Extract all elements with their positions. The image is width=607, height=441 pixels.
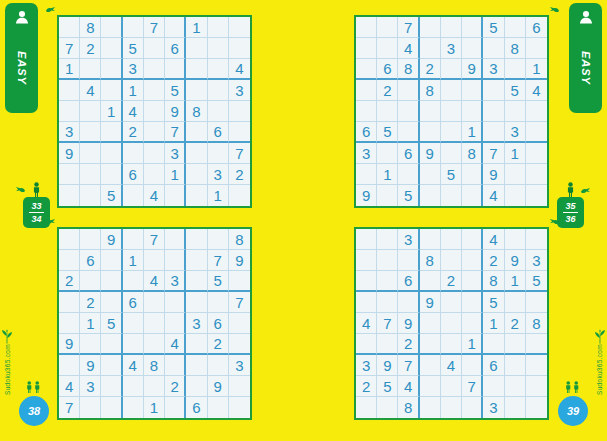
- sudoku-cell[interactable]: 9: [229, 250, 250, 271]
- sudoku-cell[interactable]: [377, 17, 398, 38]
- sudoku-cell[interactable]: 5: [377, 376, 398, 397]
- sudoku-cell[interactable]: 7: [59, 38, 80, 59]
- sudoku-cell[interactable]: [80, 143, 101, 164]
- sudoku-cell[interactable]: [123, 143, 144, 164]
- sudoku-cell[interactable]: [208, 59, 229, 80]
- sudoku-cell[interactable]: [144, 292, 165, 313]
- sudoku-cell[interactable]: 5: [483, 292, 504, 313]
- sudoku-cell[interactable]: [186, 250, 207, 271]
- sudoku-cell[interactable]: 3: [165, 143, 186, 164]
- sudoku-cell[interactable]: [398, 122, 419, 143]
- sudoku-cell[interactable]: [208, 397, 229, 418]
- sudoku-cell[interactable]: [208, 101, 229, 122]
- sudoku-cell[interactable]: [441, 229, 462, 250]
- sudoku-cell[interactable]: 2: [165, 376, 186, 397]
- sudoku-cell[interactable]: [462, 397, 483, 418]
- sudoku-cell[interactable]: [208, 229, 229, 250]
- sudoku-cell[interactable]: 5: [101, 313, 122, 334]
- sudoku-cell[interactable]: [526, 38, 547, 59]
- sudoku-cell[interactable]: [229, 122, 250, 143]
- sudoku-cell[interactable]: [101, 250, 122, 271]
- sudoku-cell[interactable]: [377, 397, 398, 418]
- sudoku-cell[interactable]: [80, 334, 101, 355]
- sudoku-cell[interactable]: 7: [144, 17, 165, 38]
- sudoku-cell[interactable]: [208, 38, 229, 59]
- sudoku-cell[interactable]: 3: [80, 376, 101, 397]
- sudoku-cell[interactable]: [186, 185, 207, 206]
- sudoku-cell[interactable]: 8: [505, 38, 526, 59]
- sudoku-cell[interactable]: 7: [144, 229, 165, 250]
- sudoku-cell[interactable]: 3: [123, 59, 144, 80]
- sudoku-cell[interactable]: 9: [505, 250, 526, 271]
- sudoku-cell[interactable]: [59, 80, 80, 101]
- sudoku-cell[interactable]: [229, 17, 250, 38]
- sudoku-cell[interactable]: [526, 334, 547, 355]
- sudoku-cell[interactable]: 3: [59, 122, 80, 143]
- sudoku-cell[interactable]: [80, 185, 101, 206]
- sudoku-cell[interactable]: 9: [356, 185, 377, 206]
- sudoku-cell[interactable]: [441, 101, 462, 122]
- sudoku-cell[interactable]: 1: [505, 271, 526, 292]
- sudoku-cell[interactable]: [229, 334, 250, 355]
- sudoku-cell[interactable]: 6: [377, 59, 398, 80]
- sudoku-cell[interactable]: [420, 122, 441, 143]
- sudoku-cell[interactable]: 5: [165, 80, 186, 101]
- sudoku-cell[interactable]: [398, 164, 419, 185]
- sudoku-cell[interactable]: 9: [420, 143, 441, 164]
- sudoku-cell[interactable]: [186, 38, 207, 59]
- sudoku-cell[interactable]: 4: [441, 355, 462, 376]
- sudoku-cell[interactable]: [165, 229, 186, 250]
- sudoku-cell[interactable]: [526, 122, 547, 143]
- sudoku-cell[interactable]: [398, 250, 419, 271]
- sudoku-cell[interactable]: 8: [420, 80, 441, 101]
- sudoku-cell[interactable]: 8: [398, 59, 419, 80]
- sudoku-cell[interactable]: 2: [229, 164, 250, 185]
- sudoku-cell[interactable]: [526, 185, 547, 206]
- sudoku-cell[interactable]: [144, 143, 165, 164]
- sudoku-cell[interactable]: [144, 80, 165, 101]
- sudoku-cell[interactable]: [165, 397, 186, 418]
- sudoku-cell[interactable]: [526, 229, 547, 250]
- sudoku-cell[interactable]: [123, 271, 144, 292]
- sudoku-cell[interactable]: [462, 271, 483, 292]
- sudoku-cell[interactable]: [165, 355, 186, 376]
- sudoku-cell[interactable]: 4: [123, 101, 144, 122]
- sudoku-cell[interactable]: 3: [356, 143, 377, 164]
- sudoku-cell[interactable]: [462, 185, 483, 206]
- sudoku-cell[interactable]: [377, 185, 398, 206]
- sudoku-cell[interactable]: 2: [483, 250, 504, 271]
- sudoku-cell[interactable]: [441, 17, 462, 38]
- sudoku-cell[interactable]: [59, 17, 80, 38]
- sudoku-cell[interactable]: [462, 17, 483, 38]
- sudoku-cell[interactable]: [186, 164, 207, 185]
- sudoku-cell[interactable]: [483, 101, 504, 122]
- sudoku-cell[interactable]: [229, 271, 250, 292]
- sudoku-cell[interactable]: [505, 101, 526, 122]
- sudoku-cell[interactable]: [101, 143, 122, 164]
- sudoku-cell[interactable]: 6: [123, 292, 144, 313]
- sudoku-cell[interactable]: 2: [356, 376, 377, 397]
- sudoku-cell[interactable]: 4: [526, 80, 547, 101]
- sudoku-cell[interactable]: 6: [398, 271, 419, 292]
- sudoku-cell[interactable]: 9: [165, 101, 186, 122]
- sudoku-cell[interactable]: [59, 250, 80, 271]
- sudoku-cell[interactable]: 3: [229, 80, 250, 101]
- sudoku-cell[interactable]: [80, 164, 101, 185]
- sudoku-cell[interactable]: [229, 185, 250, 206]
- sudoku-cell[interactable]: [80, 271, 101, 292]
- sudoku-cell[interactable]: [505, 185, 526, 206]
- sudoku-cell[interactable]: 8: [526, 313, 547, 334]
- sudoku-cell[interactable]: [526, 164, 547, 185]
- sudoku-cell[interactable]: 1: [101, 101, 122, 122]
- sudoku-cell[interactable]: [420, 101, 441, 122]
- sudoku-cell[interactable]: 7: [462, 376, 483, 397]
- sudoku-cell[interactable]: 5: [505, 80, 526, 101]
- sudoku-cell[interactable]: [186, 229, 207, 250]
- sudoku-cell[interactable]: [144, 101, 165, 122]
- sudoku-cell[interactable]: [441, 122, 462, 143]
- sudoku-cell[interactable]: 4: [483, 229, 504, 250]
- sudoku-cell[interactable]: [356, 250, 377, 271]
- sudoku-cell[interactable]: [229, 101, 250, 122]
- sudoku-cell[interactable]: [186, 122, 207, 143]
- sudoku-cell[interactable]: 9: [462, 59, 483, 80]
- sudoku-cell[interactable]: 8: [483, 271, 504, 292]
- sudoku-cell[interactable]: [441, 250, 462, 271]
- sudoku-cell[interactable]: 8: [80, 17, 101, 38]
- sudoku-cell[interactable]: [483, 80, 504, 101]
- sudoku-cell[interactable]: [123, 313, 144, 334]
- sudoku-cell[interactable]: [59, 101, 80, 122]
- sudoku-cell[interactable]: [101, 271, 122, 292]
- sudoku-cell[interactable]: [144, 313, 165, 334]
- sudoku-cell[interactable]: [59, 355, 80, 376]
- sudoku-cell[interactable]: 1: [123, 250, 144, 271]
- sudoku-cell[interactable]: [356, 17, 377, 38]
- sudoku-cell[interactable]: [526, 355, 547, 376]
- sudoku-cell[interactable]: [505, 355, 526, 376]
- sudoku-cell[interactable]: 1: [208, 185, 229, 206]
- sudoku-cell[interactable]: 3: [441, 38, 462, 59]
- sudoku-cell[interactable]: [462, 292, 483, 313]
- sudoku-cell[interactable]: [144, 164, 165, 185]
- sudoku-cell[interactable]: [123, 334, 144, 355]
- sudoku-cell[interactable]: 1: [505, 143, 526, 164]
- sudoku-cell[interactable]: 1: [144, 397, 165, 418]
- sudoku-cell[interactable]: 4: [144, 271, 165, 292]
- sudoku-cell[interactable]: [420, 185, 441, 206]
- sudoku-cell[interactable]: [144, 376, 165, 397]
- sudoku-cell[interactable]: [144, 59, 165, 80]
- sudoku-cell[interactable]: [505, 292, 526, 313]
- sudoku-cell[interactable]: [356, 38, 377, 59]
- sudoku-cell[interactable]: 1: [186, 17, 207, 38]
- sudoku-cell[interactable]: 7: [483, 143, 504, 164]
- sudoku-cell[interactable]: 4: [165, 334, 186, 355]
- sudoku-cell[interactable]: [462, 313, 483, 334]
- sudoku-cell[interactable]: [165, 185, 186, 206]
- sudoku-cell[interactable]: 7: [229, 143, 250, 164]
- sudoku-cell[interactable]: 8: [186, 101, 207, 122]
- sudoku-cell[interactable]: [80, 229, 101, 250]
- sudoku-cell[interactable]: 2: [505, 313, 526, 334]
- sudoku-cell[interactable]: [186, 334, 207, 355]
- sudoku-cell[interactable]: [356, 164, 377, 185]
- sudoku-cell[interactable]: [462, 38, 483, 59]
- sudoku-cell[interactable]: [483, 376, 504, 397]
- sudoku-cell[interactable]: [229, 38, 250, 59]
- sudoku-cell[interactable]: [101, 38, 122, 59]
- sudoku-cell[interactable]: [186, 376, 207, 397]
- sudoku-cell[interactable]: [123, 376, 144, 397]
- sudoku-cell[interactable]: [356, 80, 377, 101]
- sudoku-cell[interactable]: [420, 271, 441, 292]
- sudoku-cell[interactable]: 4: [356, 313, 377, 334]
- sudoku-cell[interactable]: 8: [398, 397, 419, 418]
- sudoku-cell[interactable]: [101, 334, 122, 355]
- sudoku-cell[interactable]: [186, 271, 207, 292]
- sudoku-cell[interactable]: [59, 185, 80, 206]
- sudoku-cell[interactable]: 7: [208, 250, 229, 271]
- sudoku-cell[interactable]: [505, 164, 526, 185]
- sudoku-cell[interactable]: 9: [80, 355, 101, 376]
- sudoku-cell[interactable]: 6: [208, 313, 229, 334]
- sudoku-cell[interactable]: [208, 80, 229, 101]
- sudoku-cell[interactable]: 6: [526, 17, 547, 38]
- sudoku-cell[interactable]: [356, 271, 377, 292]
- sudoku-cell[interactable]: [398, 101, 419, 122]
- sudoku-cell[interactable]: 5: [398, 185, 419, 206]
- sudoku-cell[interactable]: [59, 292, 80, 313]
- sudoku-cell[interactable]: [505, 334, 526, 355]
- sudoku-cell[interactable]: [165, 250, 186, 271]
- sudoku-cell[interactable]: 3: [526, 250, 547, 271]
- sudoku-cell[interactable]: [186, 143, 207, 164]
- sudoku-cell[interactable]: 1: [483, 313, 504, 334]
- sudoku-cell[interactable]: 4: [123, 355, 144, 376]
- sudoku-cell[interactable]: 8: [144, 355, 165, 376]
- sudoku-cell[interactable]: [165, 59, 186, 80]
- sudoku-cell[interactable]: 3: [356, 355, 377, 376]
- sudoku-cell[interactable]: [377, 271, 398, 292]
- sudoku-cell[interactable]: [441, 80, 462, 101]
- sudoku-cell[interactable]: 7: [59, 397, 80, 418]
- sudoku-cell[interactable]: [186, 59, 207, 80]
- sudoku-cell[interactable]: [123, 229, 144, 250]
- sudoku-cell[interactable]: 6: [80, 250, 101, 271]
- sudoku-cell[interactable]: 4: [59, 376, 80, 397]
- sudoku-cell[interactable]: 5: [377, 122, 398, 143]
- sudoku-cell[interactable]: [441, 143, 462, 164]
- sudoku-cell[interactable]: [462, 355, 483, 376]
- sudoku-cell[interactable]: [526, 376, 547, 397]
- sudoku-cell[interactable]: 3: [208, 164, 229, 185]
- sudoku-cell[interactable]: [526, 143, 547, 164]
- sudoku-cell[interactable]: 2: [420, 59, 441, 80]
- sudoku-cell[interactable]: [101, 164, 122, 185]
- sudoku-cell[interactable]: 2: [398, 334, 419, 355]
- sudoku-cell[interactable]: 6: [356, 122, 377, 143]
- sudoku-cell[interactable]: [165, 292, 186, 313]
- sudoku-cell[interactable]: 9: [101, 229, 122, 250]
- sudoku-cell[interactable]: 9: [420, 292, 441, 313]
- sudoku-cell[interactable]: [101, 355, 122, 376]
- sudoku-cell[interactable]: 2: [441, 271, 462, 292]
- sudoku-cell[interactable]: [377, 101, 398, 122]
- sudoku-cell[interactable]: 6: [208, 122, 229, 143]
- sudoku-cell[interactable]: 3: [483, 397, 504, 418]
- sudoku-cell[interactable]: [483, 38, 504, 59]
- sudoku-cell[interactable]: 4: [229, 59, 250, 80]
- sudoku-cell[interactable]: [144, 250, 165, 271]
- sudoku-cell[interactable]: 2: [208, 334, 229, 355]
- sudoku-cell[interactable]: [526, 101, 547, 122]
- sudoku-cell[interactable]: [123, 397, 144, 418]
- sudoku-cell[interactable]: [59, 313, 80, 334]
- sudoku-cell[interactable]: [101, 59, 122, 80]
- sudoku-cell[interactable]: 8: [462, 143, 483, 164]
- sudoku-cell[interactable]: [208, 143, 229, 164]
- sudoku-cell[interactable]: [59, 229, 80, 250]
- sudoku-cell[interactable]: 1: [462, 122, 483, 143]
- sudoku-cell[interactable]: [420, 376, 441, 397]
- sudoku-cell[interactable]: [123, 185, 144, 206]
- sudoku-cell[interactable]: [377, 143, 398, 164]
- sudoku-cell[interactable]: [186, 355, 207, 376]
- sudoku-cell[interactable]: [165, 17, 186, 38]
- sudoku-cell[interactable]: [398, 80, 419, 101]
- sudoku-cell[interactable]: 4: [80, 80, 101, 101]
- sudoku-cell[interactable]: [505, 397, 526, 418]
- sudoku-cell[interactable]: [165, 313, 186, 334]
- sudoku-cell[interactable]: [101, 397, 122, 418]
- sudoku-cell[interactable]: [441, 376, 462, 397]
- sudoku-cell[interactable]: [420, 17, 441, 38]
- sudoku-cell[interactable]: [505, 376, 526, 397]
- sudoku-cell[interactable]: [101, 122, 122, 143]
- sudoku-cell[interactable]: 6: [483, 355, 504, 376]
- sudoku-cell[interactable]: 9: [483, 164, 504, 185]
- sudoku-cell[interactable]: [441, 292, 462, 313]
- sudoku-cell[interactable]: [186, 80, 207, 101]
- sudoku-cell[interactable]: [420, 397, 441, 418]
- sudoku-cell[interactable]: [441, 397, 462, 418]
- sudoku-cell[interactable]: 7: [229, 292, 250, 313]
- sudoku-cell[interactable]: [101, 292, 122, 313]
- sudoku-cell[interactable]: [208, 355, 229, 376]
- sudoku-cell[interactable]: [229, 376, 250, 397]
- sudoku-cell[interactable]: [505, 17, 526, 38]
- sudoku-cell[interactable]: 1: [80, 313, 101, 334]
- sudoku-cell[interactable]: [505, 229, 526, 250]
- sudoku-cell[interactable]: [462, 80, 483, 101]
- sudoku-cell[interactable]: 9: [377, 355, 398, 376]
- sudoku-cell[interactable]: 1: [59, 59, 80, 80]
- sudoku-cell[interactable]: [356, 229, 377, 250]
- sudoku-cell[interactable]: [123, 17, 144, 38]
- sudoku-cell[interactable]: 6: [123, 164, 144, 185]
- sudoku-cell[interactable]: 5: [483, 17, 504, 38]
- sudoku-cell[interactable]: [377, 292, 398, 313]
- sudoku-cell[interactable]: [505, 59, 526, 80]
- sudoku-cell[interactable]: 8: [420, 250, 441, 271]
- sudoku-cell[interactable]: 3: [505, 122, 526, 143]
- sudoku-cell[interactable]: 5: [101, 185, 122, 206]
- sudoku-cell[interactable]: 4: [483, 185, 504, 206]
- sudoku-cell[interactable]: [526, 292, 547, 313]
- sudoku-cell[interactable]: 3: [165, 271, 186, 292]
- sudoku-cell[interactable]: [462, 164, 483, 185]
- sudoku-cell[interactable]: [441, 59, 462, 80]
- sudoku-cell[interactable]: 6: [186, 397, 207, 418]
- sudoku-cell[interactable]: [356, 101, 377, 122]
- sudoku-cell[interactable]: [462, 101, 483, 122]
- sudoku-cell[interactable]: [208, 17, 229, 38]
- sudoku-cell[interactable]: 5: [441, 164, 462, 185]
- sudoku-cell[interactable]: 1: [526, 59, 547, 80]
- sudoku-cell[interactable]: 7: [398, 17, 419, 38]
- sudoku-cell[interactable]: 3: [229, 355, 250, 376]
- sudoku-cell[interactable]: 2: [59, 271, 80, 292]
- sudoku-cell[interactable]: [377, 334, 398, 355]
- sudoku-cell[interactable]: [356, 397, 377, 418]
- sudoku-cell[interactable]: 8: [229, 229, 250, 250]
- sudoku-cell[interactable]: [229, 313, 250, 334]
- sudoku-cell[interactable]: 1: [377, 164, 398, 185]
- sudoku-cell[interactable]: 9: [59, 143, 80, 164]
- sudoku-cell[interactable]: 2: [80, 38, 101, 59]
- sudoku-cell[interactable]: [420, 164, 441, 185]
- sudoku-cell[interactable]: [420, 334, 441, 355]
- sudoku-cell[interactable]: [356, 292, 377, 313]
- sudoku-cell[interactable]: [441, 334, 462, 355]
- sudoku-cell[interactable]: [101, 17, 122, 38]
- sudoku-cell[interactable]: [420, 38, 441, 59]
- sudoku-cell[interactable]: 2: [377, 80, 398, 101]
- sudoku-cell[interactable]: 9: [208, 376, 229, 397]
- sudoku-cell[interactable]: [80, 59, 101, 80]
- sudoku-cell[interactable]: 6: [398, 143, 419, 164]
- sudoku-cell[interactable]: [59, 164, 80, 185]
- sudoku-cell[interactable]: [186, 292, 207, 313]
- sudoku-cell[interactable]: [80, 397, 101, 418]
- sudoku-cell[interactable]: 9: [398, 313, 419, 334]
- sudoku-cell[interactable]: [377, 250, 398, 271]
- sudoku-cell[interactable]: [420, 229, 441, 250]
- sudoku-cell[interactable]: 4: [398, 376, 419, 397]
- sudoku-cell[interactable]: [483, 122, 504, 143]
- sudoku-cell[interactable]: [420, 313, 441, 334]
- sudoku-cell[interactable]: [101, 376, 122, 397]
- sudoku-cell[interactable]: 1: [462, 334, 483, 355]
- sudoku-cell[interactable]: [80, 101, 101, 122]
- sudoku-cell[interactable]: [483, 334, 504, 355]
- sudoku-cell[interactable]: [441, 313, 462, 334]
- sudoku-cell[interactable]: [377, 38, 398, 59]
- sudoku-cell[interactable]: [356, 334, 377, 355]
- sudoku-cell[interactable]: [208, 292, 229, 313]
- sudoku-cell[interactable]: 3: [398, 229, 419, 250]
- sudoku-cell[interactable]: 2: [80, 292, 101, 313]
- sudoku-cell[interactable]: [144, 122, 165, 143]
- sudoku-cell[interactable]: 2: [123, 122, 144, 143]
- sudoku-cell[interactable]: [441, 185, 462, 206]
- sudoku-cell[interactable]: 5: [123, 38, 144, 59]
- sudoku-cell[interactable]: 6: [165, 38, 186, 59]
